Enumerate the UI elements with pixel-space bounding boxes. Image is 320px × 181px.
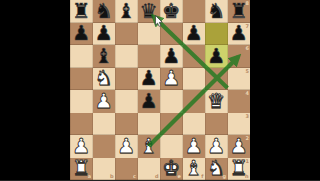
- rank-label-4: 4: [246, 91, 249, 96]
- square-d2[interactable]: ♝: [138, 135, 161, 158]
- black-bishop-c8[interactable]: ♝: [115, 0, 138, 23]
- square-a8[interactable]: ♜: [70, 0, 93, 23]
- file-label-a: a: [88, 174, 91, 179]
- square-e3[interactable]: [160, 113, 183, 136]
- square-a2[interactable]: ♟: [70, 135, 93, 158]
- rank-label-7: 7: [246, 24, 249, 29]
- square-d6[interactable]: [138, 45, 161, 68]
- square-d3[interactable]: [138, 113, 161, 136]
- white-pawn-a2[interactable]: ♟: [70, 135, 93, 158]
- square-f1[interactable]: ♝f: [183, 158, 206, 181]
- square-f8[interactable]: [183, 0, 206, 23]
- rank-label-2: 2: [246, 136, 249, 141]
- black-knight-b8[interactable]: ♞: [93, 0, 116, 23]
- square-e5[interactable]: ♟: [160, 68, 183, 91]
- square-h6[interactable]: 6: [228, 45, 251, 68]
- square-c8[interactable]: ♝: [115, 0, 138, 23]
- square-f7[interactable]: ♟: [183, 23, 206, 46]
- square-a4[interactable]: [70, 90, 93, 113]
- square-c3[interactable]: [115, 113, 138, 136]
- square-c4[interactable]: [115, 90, 138, 113]
- square-g4[interactable]: ♛: [205, 90, 228, 113]
- rank-label-6: 6: [246, 46, 249, 51]
- chess-board: ♜♞♝♛♚♞♜8♟♟♟♟7♝♟♟6♞♟♟5♟♟♛43♟♟♝♟♟♟2♜abcd♚e…: [70, 0, 250, 180]
- white-bishop-d2[interactable]: ♝: [138, 135, 161, 158]
- black-rook-a8[interactable]: ♜: [70, 0, 93, 23]
- square-g5[interactable]: [205, 68, 228, 91]
- square-h3[interactable]: 3: [228, 113, 251, 136]
- square-g2[interactable]: ♟: [205, 135, 228, 158]
- black-pawn-a7[interactable]: ♟: [70, 23, 93, 46]
- square-g1[interactable]: ♞g: [205, 158, 228, 181]
- square-g3[interactable]: [205, 113, 228, 136]
- square-d5[interactable]: ♟: [138, 68, 161, 91]
- square-b1[interactable]: b: [93, 158, 116, 181]
- square-e7[interactable]: [160, 23, 183, 46]
- black-pawn-d5[interactable]: ♟: [138, 68, 161, 91]
- square-a7[interactable]: ♟: [70, 23, 93, 46]
- square-b8[interactable]: ♞: [93, 0, 116, 23]
- square-g8[interactable]: ♞: [205, 0, 228, 23]
- square-c6[interactable]: [115, 45, 138, 68]
- file-label-c: c: [133, 174, 136, 179]
- square-b5[interactable]: ♞: [93, 68, 116, 91]
- square-d1[interactable]: d: [138, 158, 161, 181]
- square-e8[interactable]: ♚: [160, 0, 183, 23]
- black-pawn-g6[interactable]: ♟: [205, 45, 228, 68]
- video-frame: ♜♞♝♛♚♞♜8♟♟♟♟7♝♟♟6♞♟♟5♟♟♛43♟♟♝♟♟♟2♜abcd♚e…: [0, 0, 320, 180]
- square-b3[interactable]: [93, 113, 116, 136]
- black-pawn-f7[interactable]: ♟: [183, 23, 206, 46]
- white-pawn-c2[interactable]: ♟: [115, 135, 138, 158]
- square-c1[interactable]: c: [115, 158, 138, 181]
- file-label-d: d: [155, 174, 159, 179]
- square-f4[interactable]: [183, 90, 206, 113]
- white-pawn-g2[interactable]: ♟: [205, 135, 228, 158]
- square-h1[interactable]: ♜1h: [228, 158, 251, 181]
- square-b7[interactable]: ♟: [93, 23, 116, 46]
- rank-label-8: 8: [246, 1, 249, 6]
- square-f6[interactable]: [183, 45, 206, 68]
- square-e6[interactable]: ♟: [160, 45, 183, 68]
- square-h7[interactable]: ♟7: [228, 23, 251, 46]
- square-b4[interactable]: ♟: [93, 90, 116, 113]
- square-e1[interactable]: ♚e: [160, 158, 183, 181]
- square-h4[interactable]: 4: [228, 90, 251, 113]
- rank-label-3: 3: [246, 114, 249, 119]
- black-pawn-d4[interactable]: ♟: [138, 90, 161, 113]
- rank-label-1: 1: [246, 159, 249, 164]
- square-f3[interactable]: [183, 113, 206, 136]
- square-d4[interactable]: ♟: [138, 90, 161, 113]
- file-label-f: f: [201, 174, 203, 179]
- square-d8[interactable]: ♛: [138, 0, 161, 23]
- square-e2[interactable]: [160, 135, 183, 158]
- file-label-h: h: [245, 174, 249, 179]
- black-pawn-b7[interactable]: ♟: [93, 23, 116, 46]
- square-c7[interactable]: [115, 23, 138, 46]
- square-h2[interactable]: ♟2: [228, 135, 251, 158]
- white-queen-g4[interactable]: ♛: [205, 90, 228, 113]
- square-f5[interactable]: [183, 68, 206, 91]
- black-queen-d8[interactable]: ♛: [138, 0, 161, 23]
- file-label-b: b: [110, 174, 114, 179]
- rank-label-5: 5: [246, 69, 249, 74]
- white-pawn-f2[interactable]: ♟: [183, 135, 206, 158]
- square-c5[interactable]: [115, 68, 138, 91]
- square-e4[interactable]: [160, 90, 183, 113]
- white-pawn-e5[interactable]: ♟: [160, 68, 183, 91]
- file-label-g: g: [222, 174, 226, 179]
- black-knight-g8[interactable]: ♞: [205, 0, 228, 23]
- black-pawn-e6[interactable]: ♟: [160, 45, 183, 68]
- white-knight-b5[interactable]: ♞: [93, 68, 116, 91]
- black-bishop-b6[interactable]: ♝: [93, 45, 116, 68]
- square-f2[interactable]: ♟: [183, 135, 206, 158]
- square-g7[interactable]: [205, 23, 228, 46]
- square-h5[interactable]: 5: [228, 68, 251, 91]
- black-king-e8[interactable]: ♚: [160, 0, 183, 23]
- square-g6[interactable]: ♟: [205, 45, 228, 68]
- square-b6[interactable]: ♝: [93, 45, 116, 68]
- square-a5[interactable]: [70, 68, 93, 91]
- square-a1[interactable]: ♜a: [70, 158, 93, 181]
- file-label-e: e: [178, 174, 181, 179]
- white-pawn-b4[interactable]: ♟: [93, 90, 116, 113]
- square-c2[interactable]: ♟: [115, 135, 138, 158]
- square-h8[interactable]: ♜8: [228, 0, 251, 23]
- square-b2[interactable]: [93, 135, 116, 158]
- square-a6[interactable]: [70, 45, 93, 68]
- square-d7[interactable]: [138, 23, 161, 46]
- square-a3[interactable]: [70, 113, 93, 136]
